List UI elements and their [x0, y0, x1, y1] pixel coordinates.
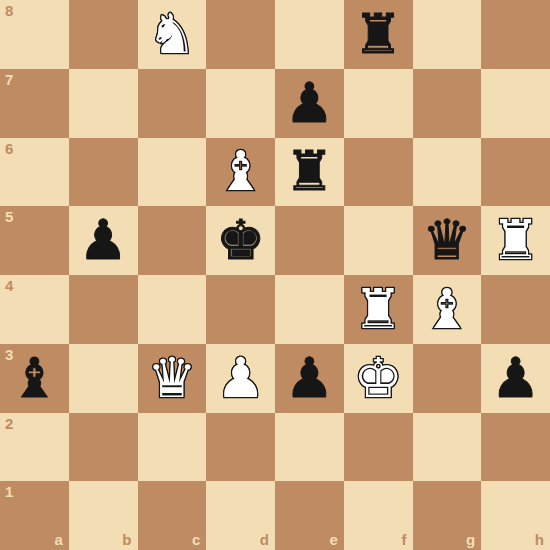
square-b8[interactable] — [69, 0, 138, 69]
black-pawn-e3[interactable]: ♟ — [275, 344, 344, 413]
square-d2[interactable] — [206, 413, 275, 482]
chess-board-container: 8♞♜7♟6♝♜5♟♚♛♜4♜♝3♝♛♟♟♚♟21abcdefgh — [0, 0, 550, 550]
square-g2[interactable] — [413, 413, 482, 482]
square-h3[interactable]: ♟ — [481, 344, 550, 413]
square-a4[interactable]: 4 — [0, 275, 69, 344]
square-b1[interactable]: b — [69, 481, 138, 550]
black-pawn-e7[interactable]: ♟ — [275, 69, 344, 138]
square-b3[interactable] — [69, 344, 138, 413]
square-b5[interactable]: ♟ — [69, 206, 138, 275]
square-d6[interactable]: ♝ — [206, 138, 275, 207]
square-g5[interactable]: ♛ — [413, 206, 482, 275]
black-rook-e6[interactable]: ♜ — [275, 138, 344, 207]
white-rook-f4[interactable]: ♜ — [344, 275, 413, 344]
square-a5[interactable]: 5 — [0, 206, 69, 275]
square-f3[interactable]: ♚ — [344, 344, 413, 413]
square-g8[interactable] — [413, 0, 482, 69]
white-bishop-g4[interactable]: ♝ — [413, 275, 482, 344]
rank-label-1: 1 — [5, 483, 13, 500]
square-g4[interactable]: ♝ — [413, 275, 482, 344]
square-c3[interactable]: ♛ — [138, 344, 207, 413]
square-g6[interactable] — [413, 138, 482, 207]
file-label-c: c — [192, 531, 200, 548]
square-a3[interactable]: 3♝ — [0, 344, 69, 413]
chess-board: 8♞♜7♟6♝♜5♟♚♛♜4♜♝3♝♛♟♟♚♟21abcdefgh — [0, 0, 550, 550]
black-bishop-a3[interactable]: ♝ — [0, 344, 69, 413]
square-c2[interactable] — [138, 413, 207, 482]
square-e2[interactable] — [275, 413, 344, 482]
square-h1[interactable]: h — [481, 481, 550, 550]
file-label-b: b — [122, 531, 131, 548]
square-e7[interactable]: ♟ — [275, 69, 344, 138]
rank-label-8: 8 — [5, 2, 13, 19]
file-label-h: h — [535, 531, 544, 548]
square-c8[interactable]: ♞ — [138, 0, 207, 69]
square-e1[interactable]: e — [275, 481, 344, 550]
square-b2[interactable] — [69, 413, 138, 482]
square-h6[interactable] — [481, 138, 550, 207]
square-a2[interactable]: 2 — [0, 413, 69, 482]
square-a7[interactable]: 7 — [0, 69, 69, 138]
black-pawn-h3[interactable]: ♟ — [481, 344, 550, 413]
square-g1[interactable]: g — [413, 481, 482, 550]
rank-label-6: 6 — [5, 140, 13, 157]
rank-label-7: 7 — [5, 71, 13, 88]
square-a8[interactable]: 8 — [0, 0, 69, 69]
square-f2[interactable] — [344, 413, 413, 482]
square-e6[interactable]: ♜ — [275, 138, 344, 207]
square-h5[interactable]: ♜ — [481, 206, 550, 275]
square-e5[interactable] — [275, 206, 344, 275]
square-f4[interactable]: ♜ — [344, 275, 413, 344]
white-king-f3[interactable]: ♚ — [344, 344, 413, 413]
file-label-e: e — [329, 531, 337, 548]
rank-label-5: 5 — [5, 208, 13, 225]
square-h2[interactable] — [481, 413, 550, 482]
square-e4[interactable] — [275, 275, 344, 344]
white-knight-c8[interactable]: ♞ — [138, 0, 207, 69]
square-b6[interactable] — [69, 138, 138, 207]
square-c4[interactable] — [138, 275, 207, 344]
black-pawn-b5[interactable]: ♟ — [69, 206, 138, 275]
square-d1[interactable]: d — [206, 481, 275, 550]
black-king-d5[interactable]: ♚ — [206, 206, 275, 275]
square-d4[interactable] — [206, 275, 275, 344]
square-f7[interactable] — [344, 69, 413, 138]
file-label-f: f — [402, 531, 407, 548]
square-b7[interactable] — [69, 69, 138, 138]
square-e3[interactable]: ♟ — [275, 344, 344, 413]
square-e8[interactable] — [275, 0, 344, 69]
square-c1[interactable]: c — [138, 481, 207, 550]
square-d5[interactable]: ♚ — [206, 206, 275, 275]
rank-label-4: 4 — [5, 277, 13, 294]
square-h4[interactable] — [481, 275, 550, 344]
square-a1[interactable]: 1a — [0, 481, 69, 550]
rank-label-2: 2 — [5, 415, 13, 432]
file-label-a: a — [54, 531, 62, 548]
square-c7[interactable] — [138, 69, 207, 138]
square-f6[interactable] — [344, 138, 413, 207]
square-g7[interactable] — [413, 69, 482, 138]
square-f1[interactable]: f — [344, 481, 413, 550]
white-pawn-d3[interactable]: ♟ — [206, 344, 275, 413]
white-queen-c3[interactable]: ♛ — [138, 344, 207, 413]
black-rook-f8[interactable]: ♜ — [344, 0, 413, 69]
file-label-d: d — [260, 531, 269, 548]
white-rook-h5[interactable]: ♜ — [481, 206, 550, 275]
square-b4[interactable] — [69, 275, 138, 344]
square-f8[interactable]: ♜ — [344, 0, 413, 69]
square-g3[interactable] — [413, 344, 482, 413]
square-h8[interactable] — [481, 0, 550, 69]
square-d3[interactable]: ♟ — [206, 344, 275, 413]
square-c5[interactable] — [138, 206, 207, 275]
white-bishop-d6[interactable]: ♝ — [206, 138, 275, 207]
black-queen-g5[interactable]: ♛ — [413, 206, 482, 275]
square-d8[interactable] — [206, 0, 275, 69]
square-h7[interactable] — [481, 69, 550, 138]
square-a6[interactable]: 6 — [0, 138, 69, 207]
square-d7[interactable] — [206, 69, 275, 138]
file-label-g: g — [466, 531, 475, 548]
square-f5[interactable] — [344, 206, 413, 275]
square-c6[interactable] — [138, 138, 207, 207]
